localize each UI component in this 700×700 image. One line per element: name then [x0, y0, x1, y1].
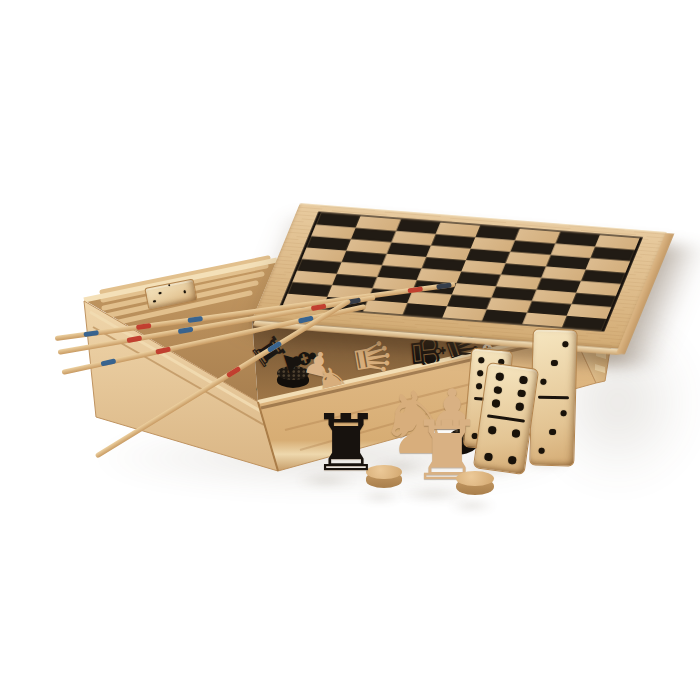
- domino-half: [481, 363, 538, 420]
- domino-pip: [494, 386, 503, 395]
- domino-pip: [472, 433, 479, 440]
- box-back-compartment: [84, 260, 277, 402]
- board-square: [323, 297, 368, 312]
- product-photo-wooden-game-box: ♟♟♜♝♟♞♛♟♚♛♝ ♟♞♜♜: [0, 0, 700, 700]
- board-square: [562, 316, 607, 331]
- domino-divider: [538, 396, 569, 400]
- stick-band: [177, 326, 193, 333]
- shadow-blob: [461, 462, 523, 475]
- domino-pip: [560, 410, 567, 417]
- domino-half: [474, 417, 531, 474]
- domino-divider: [168, 284, 170, 286]
- domino-pip: [488, 426, 497, 435]
- domino-pip: [538, 447, 545, 454]
- domino-pip: [508, 456, 517, 465]
- domino-half: [530, 398, 575, 465]
- chess-piece-glyph: ♛: [346, 334, 398, 383]
- board-square: [403, 303, 448, 318]
- domino-pip: [478, 357, 485, 364]
- box-front-wall: [258, 331, 596, 471]
- domino-pip: [493, 409, 500, 416]
- finger-joint: [595, 364, 605, 373]
- chess-piece-glyph: ♟: [208, 357, 235, 387]
- stick-band: [188, 316, 204, 323]
- domino-pip: [183, 291, 186, 294]
- stick-band: [226, 365, 241, 377]
- domino-tile: [473, 362, 539, 475]
- box-lid-slot-groove: [93, 327, 264, 425]
- chess-piece-glyph: ♜: [311, 404, 381, 482]
- checkerboard-lid: [252, 203, 667, 349]
- shadow-blob: [448, 500, 496, 511]
- board-square: [363, 300, 408, 315]
- domino-pip: [153, 300, 156, 303]
- shadow-blob: [398, 487, 470, 501]
- stick-band: [84, 330, 100, 337]
- domino-half: [468, 348, 512, 399]
- checker-disc-natural: [456, 471, 494, 495]
- domino-pip: [496, 371, 503, 378]
- board-square: [522, 313, 567, 328]
- domino-half: [145, 285, 169, 309]
- box-back-rim-highlight: [84, 260, 277, 300]
- stick-band: [267, 340, 282, 352]
- domino-tile: [144, 278, 197, 310]
- chess-piece-glyph: ♟: [300, 345, 336, 383]
- domino-pip: [484, 453, 493, 462]
- box-corner-edge: [258, 402, 278, 471]
- domino-pip: [159, 292, 162, 295]
- domino-pip: [512, 429, 521, 438]
- domino-pip: [519, 376, 528, 385]
- board-square: [442, 306, 487, 321]
- box-left-rim-edge: [90, 312, 262, 412]
- stick-band: [155, 346, 171, 354]
- checker-disc-black: [445, 424, 481, 457]
- chess-piece-glyph: ♞: [377, 380, 454, 466]
- domino-divider: [474, 396, 502, 401]
- shadow-blob: [85, 427, 585, 489]
- shadow-blob: [358, 492, 402, 502]
- shadow-blob: [372, 461, 428, 473]
- domino-divider: [487, 414, 525, 422]
- domino-pip: [476, 383, 483, 390]
- chess-piece-glyph: ♞: [310, 358, 358, 409]
- checker-disc-black: [277, 366, 309, 388]
- wood-grain: [285, 362, 575, 450]
- domino-pip: [495, 384, 502, 391]
- board-square: [482, 309, 527, 324]
- chess-piece-glyph: ♟: [223, 361, 262, 403]
- domino-pip: [495, 372, 504, 381]
- chess-piece-glyph: ♜: [410, 410, 484, 492]
- domino-pip: [517, 389, 526, 398]
- domino-half: [464, 399, 508, 450]
- shadow-blob: [295, 474, 357, 487]
- domino-pip: [498, 358, 505, 365]
- checker-disc-natural: [366, 465, 402, 488]
- mikado-stick-bundle-in-box: [102, 258, 268, 324]
- board-square: [283, 294, 328, 309]
- domino-pip: [551, 360, 558, 367]
- shadow-blob: [519, 456, 573, 468]
- chess-piece-glyph: ♟: [427, 382, 477, 438]
- chess-piece-glyph: ♜: [244, 328, 292, 375]
- chess-piece-glyph: ♟: [378, 361, 418, 403]
- chess-piece-glyph: ♝: [274, 336, 326, 385]
- stick-band: [127, 335, 143, 342]
- domino-half: [173, 280, 197, 304]
- domino-pip: [515, 403, 524, 412]
- domino-pip: [540, 378, 547, 385]
- domino-pip: [549, 429, 556, 436]
- domino-pip: [492, 399, 501, 408]
- stick-band: [100, 358, 116, 366]
- domino-pip: [477, 370, 484, 377]
- domino-tile: [463, 347, 514, 450]
- stick-band: [136, 323, 152, 330]
- box-left-end-wall: [84, 301, 278, 471]
